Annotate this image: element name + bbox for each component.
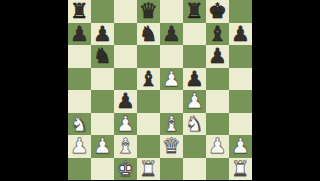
white-knight-piece[interactable]: ♞ [70, 113, 89, 136]
white-pawn-piece[interactable]: ♟ [70, 135, 89, 158]
square-a2[interactable]: ♟ [68, 135, 91, 158]
square-e3[interactable]: ♝ [160, 113, 183, 136]
square-c1[interactable]: ♚ [114, 158, 137, 181]
square-b3[interactable] [91, 113, 114, 136]
square-c3[interactable]: ♟ [114, 113, 137, 136]
square-d4[interactable] [137, 90, 160, 113]
black-rook-piece[interactable]: ♜ [70, 0, 89, 23]
square-d8[interactable]: ♛ [137, 0, 160, 23]
square-b8[interactable] [91, 0, 114, 23]
letterbox-left [0, 0, 68, 180]
square-e1[interactable] [160, 158, 183, 181]
square-a3[interactable]: ♞ [68, 113, 91, 136]
square-d7[interactable]: ♞ [137, 23, 160, 46]
square-e6[interactable] [160, 45, 183, 68]
square-g4[interactable] [206, 90, 229, 113]
square-a5[interactable] [68, 68, 91, 91]
black-pawn-piece[interactable]: ♟ [116, 90, 135, 113]
square-h6[interactable] [229, 45, 252, 68]
square-c4[interactable]: ♟ [114, 90, 137, 113]
square-d1[interactable]: ♜ [137, 158, 160, 181]
black-bishop-piece[interactable]: ♝ [208, 23, 227, 46]
square-f6[interactable] [183, 45, 206, 68]
chess-board: ♜♛♜♚♟♟♞♟♝♟♞♟♝♟♟♟♟♞♟♝♞♟♟♝♛♟♟♚♜♜ [68, 0, 252, 180]
square-c2[interactable]: ♝ [114, 135, 137, 158]
square-b5[interactable] [91, 68, 114, 91]
white-pawn-piece[interactable]: ♟ [231, 135, 250, 158]
white-rook-piece[interactable]: ♜ [231, 158, 250, 181]
square-d6[interactable] [137, 45, 160, 68]
black-pawn-piece[interactable]: ♟ [70, 23, 89, 46]
square-h1[interactable]: ♜ [229, 158, 252, 181]
square-d2[interactable] [137, 135, 160, 158]
square-e7[interactable]: ♟ [160, 23, 183, 46]
white-pawn-piece[interactable]: ♟ [208, 135, 227, 158]
square-c5[interactable] [114, 68, 137, 91]
square-b7[interactable]: ♟ [91, 23, 114, 46]
square-e8[interactable] [160, 0, 183, 23]
square-a4[interactable] [68, 90, 91, 113]
square-g6[interactable]: ♟ [206, 45, 229, 68]
square-h4[interactable] [229, 90, 252, 113]
square-a8[interactable]: ♜ [68, 0, 91, 23]
black-pawn-piece[interactable]: ♟ [162, 23, 181, 46]
white-knight-piece[interactable]: ♞ [185, 113, 204, 136]
square-g1[interactable] [206, 158, 229, 181]
square-g2[interactable]: ♟ [206, 135, 229, 158]
black-rook-piece[interactable]: ♜ [185, 0, 204, 23]
square-h5[interactable] [229, 68, 252, 91]
white-king-piece[interactable]: ♚ [116, 158, 135, 181]
black-knight-piece[interactable]: ♞ [93, 45, 112, 68]
letterbox-right [252, 0, 320, 180]
white-rook-piece[interactable]: ♜ [139, 158, 158, 181]
square-d5[interactable]: ♝ [137, 68, 160, 91]
square-b4[interactable] [91, 90, 114, 113]
square-f8[interactable]: ♜ [183, 0, 206, 23]
square-b2[interactable]: ♟ [91, 135, 114, 158]
square-e2[interactable]: ♛ [160, 135, 183, 158]
white-bishop-piece[interactable]: ♝ [116, 135, 135, 158]
square-h8[interactable] [229, 0, 252, 23]
square-e5[interactable]: ♟ [160, 68, 183, 91]
white-pawn-piece[interactable]: ♟ [93, 135, 112, 158]
square-g5[interactable] [206, 68, 229, 91]
square-f7[interactable] [183, 23, 206, 46]
black-queen-piece[interactable]: ♛ [139, 0, 158, 23]
square-g8[interactable]: ♚ [206, 0, 229, 23]
square-d3[interactable] [137, 113, 160, 136]
white-queen-piece[interactable]: ♛ [162, 135, 181, 158]
black-pawn-piece[interactable]: ♟ [185, 68, 204, 91]
square-a6[interactable] [68, 45, 91, 68]
black-king-piece[interactable]: ♚ [208, 0, 227, 23]
square-c6[interactable] [114, 45, 137, 68]
square-f1[interactable] [183, 158, 206, 181]
square-f4[interactable]: ♟ [183, 90, 206, 113]
square-h3[interactable] [229, 113, 252, 136]
square-a1[interactable] [68, 158, 91, 181]
white-pawn-piece[interactable]: ♟ [185, 90, 204, 113]
square-g3[interactable] [206, 113, 229, 136]
white-pawn-piece[interactable]: ♟ [116, 113, 135, 136]
white-pawn-piece[interactable]: ♟ [162, 68, 181, 91]
square-c7[interactable] [114, 23, 137, 46]
square-h2[interactable]: ♟ [229, 135, 252, 158]
video-frame: ♜♛♜♚♟♟♞♟♝♟♞♟♝♟♟♟♟♞♟♝♞♟♟♝♛♟♟♚♜♜ [0, 0, 320, 180]
black-pawn-piece[interactable]: ♟ [231, 23, 250, 46]
black-pawn-piece[interactable]: ♟ [208, 45, 227, 68]
square-b6[interactable]: ♞ [91, 45, 114, 68]
square-e4[interactable] [160, 90, 183, 113]
square-b1[interactable] [91, 158, 114, 181]
square-f3[interactable]: ♞ [183, 113, 206, 136]
square-g7[interactable]: ♝ [206, 23, 229, 46]
square-a7[interactable]: ♟ [68, 23, 91, 46]
white-bishop-piece[interactable]: ♝ [162, 113, 181, 136]
square-c8[interactable] [114, 0, 137, 23]
black-bishop-piece[interactable]: ♝ [139, 68, 158, 91]
square-f2[interactable] [183, 135, 206, 158]
square-h7[interactable]: ♟ [229, 23, 252, 46]
black-knight-piece[interactable]: ♞ [139, 23, 158, 46]
black-pawn-piece[interactable]: ♟ [93, 23, 112, 46]
square-f5[interactable]: ♟ [183, 68, 206, 91]
